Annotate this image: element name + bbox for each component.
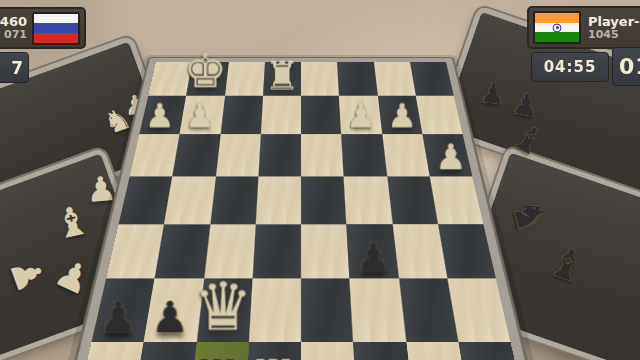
- square-c5[interactable]: ♟: [347, 224, 399, 279]
- piece-black-pawn-h6[interactable]: ♟: [99, 298, 138, 339]
- square-f4[interactable]: [210, 176, 258, 224]
- square-h4[interactable]: [119, 176, 173, 224]
- square-h7[interactable]: [75, 341, 144, 360]
- white-clock: 04:55: [531, 52, 609, 82]
- square-f2[interactable]: [220, 96, 263, 134]
- square-d6[interactable]: [301, 279, 353, 342]
- square-f3[interactable]: [215, 134, 260, 176]
- square-e2[interactable]: [261, 96, 301, 134]
- square-d3[interactable]: [301, 134, 344, 176]
- square-a6[interactable]: [447, 279, 510, 342]
- square-d1[interactable]: [301, 62, 339, 96]
- square-a3[interactable]: ♟: [422, 134, 472, 176]
- square-e4[interactable]: [255, 176, 301, 224]
- square-a1[interactable]: [410, 62, 454, 96]
- captured-black-pawn: ♟: [479, 79, 507, 109]
- left-player-panel: 460 071: [0, 7, 86, 49]
- square-d7[interactable]: [301, 341, 357, 360]
- piece-black-pawn-g6[interactable]: ♟: [151, 298, 190, 339]
- square-e6[interactable]: [249, 279, 301, 342]
- square-g3[interactable]: [173, 134, 221, 176]
- square-e3[interactable]: [258, 134, 301, 176]
- square-a7[interactable]: [458, 341, 527, 360]
- square-d5[interactable]: [301, 224, 350, 279]
- square-c6[interactable]: [350, 279, 406, 342]
- right-player-rating: 1045: [588, 29, 640, 41]
- square-a2[interactable]: [416, 96, 463, 134]
- india-flag-icon: [533, 11, 581, 44]
- piece-black-rook-f7[interactable]: ♜: [190, 355, 243, 360]
- piece-black-pawn-c5[interactable]: ♟: [356, 238, 392, 276]
- square-a4[interactable]: [429, 176, 483, 224]
- piece-white-pawn-g2[interactable]: ♟: [185, 101, 215, 133]
- square-h2[interactable]: ♟: [139, 96, 186, 134]
- piece-white-rook-e1[interactable]: ♜: [264, 57, 300, 95]
- right-player-name: Player-4: [588, 15, 640, 29]
- piece-white-pawn-a3[interactable]: ♟: [435, 141, 467, 175]
- square-d2[interactable]: [301, 96, 341, 134]
- square-c1[interactable]: [337, 62, 377, 96]
- right-player-panel: Player-4 1045: [527, 6, 640, 49]
- square-b2[interactable]: ♟: [377, 96, 422, 134]
- left-player-name: 460: [0, 15, 27, 29]
- left-player-rating: 071: [4, 29, 27, 41]
- square-c7[interactable]: [353, 341, 414, 360]
- piece-white-king-g1[interactable]: ♚: [184, 49, 227, 95]
- square-e1[interactable]: ♜: [263, 62, 301, 96]
- ashoka-chakra-icon: [553, 23, 562, 32]
- captured-white-pawn: ♟: [85, 171, 118, 208]
- square-h3[interactable]: [130, 134, 180, 176]
- square-a5[interactable]: [438, 224, 496, 279]
- russia-flag-icon: [32, 12, 80, 45]
- square-b1[interactable]: [374, 62, 416, 96]
- square-e7[interactable]: ♜: [245, 341, 301, 360]
- square-e5[interactable]: [252, 224, 301, 279]
- square-d4[interactable]: [301, 176, 347, 224]
- square-c4[interactable]: [344, 176, 392, 224]
- piece-white-pawn-b2[interactable]: ♟: [387, 101, 417, 133]
- square-f1[interactable]: [225, 62, 265, 96]
- left-player-clock: 7: [0, 52, 29, 83]
- square-c2[interactable]: ♟: [339, 96, 382, 134]
- black-clock: 01:2: [612, 47, 640, 86]
- square-c3[interactable]: [341, 134, 386, 176]
- square-g1[interactable]: ♚: [186, 62, 228, 96]
- piece-white-rook-e7[interactable]: ♜: [246, 355, 299, 360]
- square-f6[interactable]: ♛: [196, 279, 252, 342]
- piece-white-queen-f6[interactable]: ♛: [193, 276, 252, 339]
- piece-white-pawn-h2[interactable]: ♟: [145, 101, 175, 133]
- square-g2[interactable]: ♟: [180, 96, 225, 134]
- piece-white-pawn-c2[interactable]: ♟: [346, 101, 376, 133]
- square-g4[interactable]: [164, 176, 215, 224]
- square-f7[interactable]: ♜: [188, 341, 249, 360]
